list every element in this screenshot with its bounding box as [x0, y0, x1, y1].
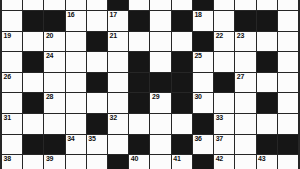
cell-r5-c3[interactable]: [66, 93, 86, 113]
cell-r1-c1-black: [23, 11, 43, 31]
cell-r3-c7[interactable]: [150, 52, 170, 72]
cell-r1-c8-black: [172, 11, 192, 31]
cell-r0-c0[interactable]: [2, 0, 22, 10]
cell-r6-c12[interactable]: [257, 114, 277, 134]
cell-r7-c0[interactable]: [2, 135, 22, 155]
clue-number-34: 34: [67, 135, 74, 143]
clue-number-36: 36: [194, 135, 201, 143]
cell-r2-c10[interactable]: 22: [214, 32, 234, 52]
cell-r8-c2[interactable]: 39: [44, 155, 64, 169]
cell-r7-c12-black: [257, 135, 277, 155]
cell-r1-c3[interactable]: 16: [66, 11, 86, 31]
cell-r2-c7[interactable]: [150, 32, 170, 52]
clue-number-38: 38: [4, 155, 11, 163]
cell-r6-c9-black: [193, 114, 213, 134]
clue-number-20: 20: [46, 32, 53, 40]
cell-r5-c6-black: [129, 93, 149, 113]
cell-r5-c8-black: [172, 93, 192, 113]
clue-number-39: 39: [46, 155, 53, 163]
cell-r2-c3[interactable]: [66, 32, 86, 52]
clue-number-41: 41: [173, 155, 180, 163]
clue-number-33: 33: [216, 114, 223, 122]
cell-r0-c10[interactable]: [214, 0, 234, 10]
cell-r8-c7[interactable]: [150, 155, 170, 169]
cell-r6-c8[interactable]: [172, 114, 192, 134]
cell-r1-c5[interactable]: 17: [108, 11, 128, 31]
cell-r7-c11[interactable]: [235, 135, 255, 155]
cell-r6-c1[interactable]: [23, 114, 43, 134]
crossword-grid: 1617181920212223242526272829303132333435…: [0, 0, 300, 169]
cell-r5-c7[interactable]: 29: [150, 93, 170, 113]
cell-r4-c8-black: [172, 73, 192, 93]
cell-r6-c2[interactable]: [44, 114, 64, 134]
cell-r7-c4[interactable]: 35: [87, 135, 107, 155]
cell-r6-c13[interactable]: [278, 114, 298, 134]
cell-r2-c4-black: [87, 32, 107, 52]
cell-r4-c6-black: [129, 73, 149, 93]
cell-r3-c12-black: [257, 52, 277, 72]
clue-number-18: 18: [194, 11, 201, 19]
cell-r2-c6[interactable]: [129, 32, 149, 52]
cell-r7-c8-black: [172, 135, 192, 155]
cell-r1-c2-black: [44, 11, 64, 31]
cell-r8-c5-black: [108, 155, 128, 169]
cell-r0-c11[interactable]: [235, 0, 255, 10]
cell-r4-c4-black: [87, 73, 107, 93]
cell-r2-c2[interactable]: 20: [44, 32, 64, 52]
clue-number-26: 26: [4, 73, 11, 81]
cell-r3-c11[interactable]: [235, 52, 255, 72]
cell-r5-c4[interactable]: [87, 93, 107, 113]
cell-r8-c1[interactable]: [23, 155, 43, 169]
clue-number-16: 16: [67, 11, 74, 19]
cell-r0-c7[interactable]: [150, 0, 170, 10]
cell-r0-c3[interactable]: [66, 0, 86, 10]
cell-r1-c0[interactable]: [2, 11, 22, 31]
cell-r0-c2[interactable]: [44, 0, 64, 10]
clue-number-25: 25: [194, 52, 201, 60]
cell-r7-c2-black: [44, 135, 64, 155]
cell-r7-c7[interactable]: [150, 135, 170, 155]
cell-r3-c5[interactable]: [108, 52, 128, 72]
cell-r6-c5[interactable]: 32: [108, 114, 128, 134]
cell-r3-c1-black: [23, 52, 43, 72]
cell-r1-c10[interactable]: [214, 11, 234, 31]
cell-r4-c9[interactable]: [193, 73, 213, 93]
cell-r5-c10[interactable]: [214, 93, 234, 113]
cell-r2-c9-black: [193, 32, 213, 52]
cell-r2-c11[interactable]: 23: [235, 32, 255, 52]
cell-r4-c11[interactable]: 27: [235, 73, 255, 93]
clue-number-22: 22: [216, 32, 223, 40]
cell-r5-c9[interactable]: 30: [193, 93, 213, 113]
clue-number-43: 43: [258, 155, 265, 163]
cell-r3-c8-black: [172, 52, 192, 72]
cell-r2-c12[interactable]: [257, 32, 277, 52]
cell-r6-c0[interactable]: 31: [2, 114, 22, 134]
cell-r4-c1[interactable]: [23, 73, 43, 93]
cell-r0-c8[interactable]: [172, 0, 192, 10]
crossword-screenshot: 1617181920212223242526272829303132333435…: [0, 0, 300, 169]
clue-number-17: 17: [110, 11, 117, 19]
clue-number-32: 32: [110, 114, 117, 122]
cell-r6-c11[interactable]: [235, 114, 255, 134]
cell-r4-c2[interactable]: [44, 73, 64, 93]
clue-number-30: 30: [194, 93, 201, 101]
cell-r5-c12-black: [257, 93, 277, 113]
cell-r5-c2[interactable]: 28: [44, 93, 64, 113]
cell-r8-c0[interactable]: 38: [2, 155, 22, 169]
cell-r6-c6[interactable]: [129, 114, 149, 134]
cell-r1-c11-black: [235, 11, 255, 31]
cell-r8-c10[interactable]: 42: [214, 155, 234, 169]
cell-r4-c5[interactable]: [108, 73, 128, 93]
cell-r3-c2[interactable]: 24: [44, 52, 64, 72]
cell-r0-c4[interactable]: [87, 0, 107, 10]
cell-r7-c13-black: [278, 135, 298, 155]
cell-r7-c1-black: [23, 135, 43, 155]
cell-r5-c5[interactable]: [108, 93, 128, 113]
cell-r3-c3[interactable]: [66, 52, 86, 72]
cell-r3-c0[interactable]: [2, 52, 22, 72]
cell-r0-c13[interactable]: [278, 0, 298, 10]
cell-r4-c12[interactable]: [257, 73, 277, 93]
cell-r1-c6-black: [129, 11, 149, 31]
clue-number-21: 21: [110, 32, 117, 40]
cell-r3-c9[interactable]: 25: [193, 52, 213, 72]
clue-number-19: 19: [4, 32, 11, 40]
cell-r7-c3[interactable]: 34: [66, 135, 86, 155]
cell-r8-c4[interactable]: [87, 155, 107, 169]
cell-r3-c6-black: [129, 52, 149, 72]
cell-r2-c1[interactable]: [23, 32, 43, 52]
cell-r0-c12[interactable]: [257, 0, 277, 10]
cell-r8-c13[interactable]: [278, 155, 298, 169]
cell-r8-c3[interactable]: [66, 155, 86, 169]
cell-r0-c6[interactable]: [129, 0, 149, 10]
cell-r4-c10-black: [214, 73, 234, 93]
clue-number-28: 28: [46, 93, 53, 101]
cell-r1-c12-black: [257, 11, 277, 31]
cell-r7-c9[interactable]: 36: [193, 135, 213, 155]
cell-r2-c13[interactable]: [278, 32, 298, 52]
cell-r1-c9[interactable]: 18: [193, 11, 213, 31]
cell-r2-c5[interactable]: 21: [108, 32, 128, 52]
clue-number-24: 24: [46, 52, 53, 60]
cell-r6-c4-black: [87, 114, 107, 134]
cell-r3-c4[interactable]: [87, 52, 107, 72]
cell-r2-c0[interactable]: 19: [2, 32, 22, 52]
clue-number-42: 42: [216, 155, 223, 163]
cell-r0-c5-black: [108, 0, 128, 10]
cell-r6-c3[interactable]: [66, 114, 86, 134]
clue-number-37: 37: [216, 135, 223, 143]
clue-number-23: 23: [237, 32, 244, 40]
cell-r5-c11[interactable]: [235, 93, 255, 113]
clue-number-40: 40: [131, 155, 138, 163]
cell-r3-c13[interactable]: [278, 52, 298, 72]
cell-r1-c4[interactable]: [87, 11, 107, 31]
cell-r8-c8[interactable]: 41: [172, 155, 192, 169]
cell-r0-c1[interactable]: [23, 0, 43, 10]
cell-r7-c10[interactable]: 37: [214, 135, 234, 155]
clue-number-35: 35: [88, 135, 95, 143]
clue-number-31: 31: [4, 114, 11, 122]
cell-r8-c12[interactable]: 43: [257, 155, 277, 169]
cell-r4-c13[interactable]: [278, 73, 298, 93]
cell-r5-c13[interactable]: [278, 93, 298, 113]
cell-r1-c13[interactable]: [278, 11, 298, 31]
cell-r4-c7-black: [150, 73, 170, 93]
cell-r0-c9-black: [193, 0, 213, 10]
cell-r3-c10[interactable]: [214, 52, 234, 72]
cell-r8-c6[interactable]: 40: [129, 155, 149, 169]
cell-r1-c7[interactable]: [150, 11, 170, 31]
cell-r8-c11[interactable]: [235, 155, 255, 169]
cell-r4-c3[interactable]: [66, 73, 86, 93]
clue-number-27: 27: [237, 73, 244, 81]
cell-r7-c6-black: [129, 135, 149, 155]
cell-r2-c8[interactable]: [172, 32, 192, 52]
cell-r5-c0[interactable]: [2, 93, 22, 113]
cell-r6-c7[interactable]: [150, 114, 170, 134]
clue-number-29: 29: [152, 93, 159, 101]
cell-r8-c9-black: [193, 155, 213, 169]
cell-r7-c5[interactable]: [108, 135, 128, 155]
cell-r6-c10[interactable]: 33: [214, 114, 234, 134]
cell-r4-c0[interactable]: 26: [2, 73, 22, 93]
cell-r5-c1-black: [23, 93, 43, 113]
